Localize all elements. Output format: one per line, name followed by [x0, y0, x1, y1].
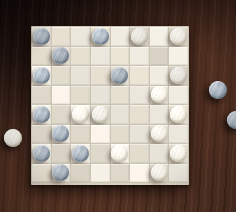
board-square[interactable] [32, 27, 51, 46]
checker-piece-gray[interactable] [52, 125, 69, 142]
table-surface [0, 0, 236, 212]
checker-piece-gray[interactable] [33, 67, 50, 84]
board-square[interactable] [150, 86, 169, 105]
board-square[interactable] [169, 66, 188, 85]
board-square[interactable] [130, 47, 149, 66]
board-square[interactable] [71, 105, 90, 124]
board-square[interactable] [71, 164, 90, 183]
board-square[interactable] [91, 86, 110, 105]
board-square[interactable] [91, 66, 110, 85]
checker-piece-white[interactable] [151, 164, 168, 181]
checker-piece-gray[interactable] [33, 28, 50, 45]
board-square[interactable] [52, 86, 71, 105]
board-square[interactable] [150, 125, 169, 144]
board-square[interactable] [111, 66, 130, 85]
board-square[interactable] [169, 47, 188, 66]
board-square[interactable] [111, 27, 130, 46]
board-square[interactable] [52, 105, 71, 124]
checker-piece-white[interactable] [92, 106, 109, 123]
board-square[interactable] [169, 27, 188, 46]
board-square[interactable] [91, 144, 110, 163]
off-board-piece-gray[interactable] [209, 81, 227, 99]
board-square[interactable] [71, 47, 90, 66]
board-square[interactable] [111, 144, 130, 163]
board-square[interactable] [130, 144, 149, 163]
board-square[interactable] [150, 27, 169, 46]
board-square[interactable] [111, 86, 130, 105]
board-square[interactable] [52, 66, 71, 85]
checker-piece-gray[interactable] [52, 164, 69, 181]
board-square[interactable] [32, 105, 51, 124]
board-square[interactable] [71, 66, 90, 85]
checker-piece-gray[interactable] [111, 67, 128, 84]
board-square[interactable] [169, 144, 188, 163]
checker-piece-white[interactable] [111, 145, 128, 162]
board-square[interactable] [71, 144, 90, 163]
board-square[interactable] [32, 164, 51, 183]
board-square[interactable] [91, 125, 110, 144]
board-square[interactable] [150, 47, 169, 66]
board-square[interactable] [32, 86, 51, 105]
checker-piece-white[interactable] [170, 28, 187, 45]
board-square[interactable] [71, 125, 90, 144]
board-square[interactable] [169, 105, 188, 124]
board-square[interactable] [111, 47, 130, 66]
board-square[interactable] [150, 105, 169, 124]
board-square[interactable] [130, 125, 149, 144]
board-square[interactable] [130, 105, 149, 124]
off-board-piece-gray[interactable] [227, 111, 236, 129]
board-square[interactable] [150, 144, 169, 163]
board-square[interactable] [130, 164, 149, 183]
board-square[interactable] [52, 47, 71, 66]
off-board-piece-white[interactable] [4, 129, 22, 147]
board-square[interactable] [52, 125, 71, 144]
board-square[interactable] [130, 86, 149, 105]
board-square[interactable] [91, 164, 110, 183]
board-square[interactable] [91, 105, 110, 124]
board-square[interactable] [32, 144, 51, 163]
checker-piece-gray[interactable] [33, 106, 50, 123]
board-square[interactable] [52, 144, 71, 163]
checker-piece-white[interactable] [151, 86, 168, 103]
board-square[interactable] [71, 86, 90, 105]
checker-piece-gray[interactable] [33, 145, 50, 162]
board-square[interactable] [130, 66, 149, 85]
checker-piece-gray[interactable] [92, 28, 109, 45]
board-square[interactable] [71, 27, 90, 46]
checker-piece-gray[interactable] [72, 145, 89, 162]
checker-piece-white[interactable] [151, 125, 168, 142]
board-square[interactable] [111, 105, 130, 124]
checker-piece-white[interactable] [170, 106, 187, 123]
board-square[interactable] [111, 164, 130, 183]
board-square[interactable] [52, 164, 71, 183]
board-square[interactable] [111, 125, 130, 144]
board-square[interactable] [91, 47, 110, 66]
checkers-board [31, 26, 189, 185]
board-square[interactable] [169, 86, 188, 105]
board-square[interactable] [52, 27, 71, 46]
board-square[interactable] [169, 164, 188, 183]
checker-piece-gray[interactable] [52, 47, 69, 64]
board-square[interactable] [150, 66, 169, 85]
board-square[interactable] [169, 125, 188, 144]
checker-piece-white[interactable] [170, 67, 187, 84]
board-square[interactable] [130, 27, 149, 46]
board-square[interactable] [32, 125, 51, 144]
checker-piece-white[interactable] [131, 28, 148, 45]
checker-piece-white[interactable] [72, 106, 89, 123]
board-square[interactable] [91, 27, 110, 46]
board-square[interactable] [150, 164, 169, 183]
checker-piece-white[interactable] [170, 145, 187, 162]
board-square[interactable] [32, 47, 51, 66]
board-square[interactable] [32, 66, 51, 85]
